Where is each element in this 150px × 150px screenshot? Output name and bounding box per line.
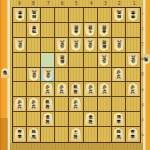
square-4d[interactable] — [84, 53, 98, 68]
piece-L-9i: 香 車 — [14, 128, 26, 141]
square-3b[interactable]: 金 将 — [98, 23, 112, 38]
square-8d[interactable] — [27, 53, 41, 68]
piece-P-1f: 歩 兵 — [127, 83, 139, 96]
piece-kanji: 香 車 — [17, 10, 21, 19]
rank-label-2: 二 — [142, 26, 144, 34]
square-2d[interactable] — [112, 53, 126, 68]
piece-kanji: 桂 馬 — [32, 130, 36, 139]
piece-s-3c: 銀 将 — [98, 38, 110, 51]
gote-hand-piece-label: 角 — [144, 57, 148, 61]
square-5f[interactable]: 銀 将 — [69, 82, 83, 97]
square-4g[interactable] — [84, 97, 98, 112]
square-5a[interactable] — [69, 8, 83, 23]
piece-kanji: 香 車 — [131, 130, 135, 139]
square-6a[interactable] — [55, 8, 69, 23]
square-1b[interactable] — [126, 23, 140, 38]
square-5i[interactable]: 王 将 — [69, 127, 83, 142]
square-1i[interactable]: 香 車 — [126, 127, 140, 142]
square-3i[interactable] — [98, 127, 112, 142]
file-label-4: 4 — [87, 1, 96, 5]
piece-kanji: 歩 兵 — [88, 85, 92, 94]
piece-P-2e: 歩 兵 — [113, 68, 125, 81]
piece-p-8e: 歩 兵 — [28, 68, 40, 81]
piece-p-3d: 歩 兵 — [98, 53, 110, 66]
square-8g[interactable]: 歩 兵 — [27, 97, 41, 112]
square-6f[interactable]: 歩 兵 — [55, 82, 69, 97]
file-labels: 987654321 — [12, 0, 141, 7]
square-3a[interactable] — [98, 8, 112, 23]
square-2b[interactable] — [112, 23, 126, 38]
piece-G-7h: 金 将 — [42, 113, 54, 126]
square-6c[interactable]: 歩 兵 — [55, 38, 69, 53]
piece-kanji: 銀 将 — [46, 100, 50, 109]
square-4i[interactable] — [84, 127, 98, 142]
square-2c[interactable]: 歩 兵 — [112, 38, 126, 53]
square-7d[interactable] — [41, 53, 55, 68]
piece-kanji: 歩 兵 — [102, 85, 106, 94]
square-8i[interactable]: 桂 馬 — [27, 127, 41, 142]
file-label-9: 9 — [15, 1, 24, 5]
piece-P-3f: 歩 兵 — [98, 83, 110, 96]
square-8b[interactable]: 飛 車 — [27, 23, 41, 38]
piece-kanji: 歩 兵 — [60, 85, 64, 94]
square-2e[interactable]: 歩 兵 — [112, 68, 126, 83]
square-9b[interactable] — [13, 23, 27, 38]
square-3e[interactable] — [98, 68, 112, 83]
square-7h[interactable]: 金 将 — [41, 112, 55, 127]
piece-kanji: 歩 兵 — [17, 40, 21, 49]
square-1e[interactable] — [126, 68, 140, 83]
piece-P-5g: 歩 兵 — [70, 98, 82, 111]
piece-kanji: 銀 将 — [74, 85, 78, 94]
piece-P-6f: 歩 兵 — [56, 83, 68, 96]
square-8e[interactable]: 歩 兵 — [27, 68, 41, 83]
square-4f[interactable]: 歩 兵 — [84, 82, 98, 97]
piece-kanji: 歩 兵 — [88, 40, 92, 49]
square-7f[interactable]: 歩 兵 — [41, 82, 55, 97]
square-6g[interactable] — [55, 97, 69, 112]
square-4c[interactable]: 歩 兵 — [84, 38, 98, 53]
square-5e[interactable] — [69, 68, 83, 83]
square-3d[interactable]: 歩 兵 — [98, 53, 112, 68]
piece-kanji: 金 将 — [102, 25, 106, 34]
piece-kanji: 香 車 — [131, 10, 135, 19]
piece-G-4h: 金 将 — [84, 113, 96, 126]
square-3g[interactable] — [98, 97, 112, 112]
square-7b[interactable] — [41, 23, 55, 38]
square-9c[interactable]: 歩 兵 — [13, 38, 27, 53]
piece-P-8g: 歩 兵 — [28, 98, 40, 111]
piece-kanji: 桂 馬 — [116, 130, 120, 139]
piece-P-7f: 歩 兵 — [42, 83, 54, 96]
sente-hand-piece-label: 角 — [3, 71, 7, 75]
piece-kanji: 歩 兵 — [17, 100, 21, 109]
square-7a[interactable] — [41, 8, 55, 23]
piece-N-8i: 桂 馬 — [28, 128, 40, 141]
square-9i[interactable]: 香 車 — [13, 127, 27, 142]
square-9g[interactable]: 歩 兵 — [13, 97, 27, 112]
rank-label-3: 三 — [142, 41, 144, 49]
piece-kanji: 銀 将 — [60, 55, 64, 64]
square-2i[interactable]: 桂 馬 — [112, 127, 126, 142]
piece-kanji: 歩 兵 — [74, 40, 78, 49]
square-5g[interactable]: 歩 兵 — [69, 97, 83, 112]
file-label-5: 5 — [72, 1, 81, 5]
piece-l-9a: 香 車 — [14, 8, 26, 21]
square-7c[interactable] — [41, 38, 55, 53]
piece-p-6c: 歩 兵 — [56, 38, 68, 51]
square-2f[interactable] — [112, 82, 126, 97]
piece-R-2h: 飛 車 — [113, 113, 125, 126]
square-5b[interactable]: 金 将 — [69, 23, 83, 38]
rank-label-4: 四 — [142, 56, 144, 64]
piece-p-9c: 歩 兵 — [14, 38, 26, 51]
piece-p-5c: 歩 兵 — [70, 38, 82, 51]
file-label-6: 6 — [58, 1, 67, 5]
square-3h[interactable] — [98, 112, 112, 127]
piece-P-4f: 歩 兵 — [84, 83, 96, 96]
piece-l-1a: 香 車 — [127, 8, 139, 21]
square-3c[interactable]: 銀 将 — [98, 38, 112, 53]
piece-kanji: 歩 兵 — [116, 70, 120, 79]
square-1a[interactable]: 香 車 — [126, 8, 140, 23]
piece-p-1d: 歩 兵 — [127, 53, 139, 66]
piece-kanji: 歩 兵 — [131, 85, 135, 94]
square-9h[interactable] — [13, 112, 27, 127]
square-8f[interactable] — [27, 82, 41, 97]
piece-kanji: 桂 馬 — [116, 10, 120, 19]
square-2g[interactable] — [112, 97, 126, 112]
square-1f[interactable]: 歩 兵 — [126, 82, 140, 97]
square-9a[interactable]: 香 車 — [13, 8, 27, 23]
piece-kanji: 玉 将 — [88, 25, 92, 34]
piece-p-4c: 歩 兵 — [84, 38, 96, 51]
rank-label-7: 七 — [142, 101, 144, 109]
piece-kanji: 王 将 — [74, 130, 78, 139]
piece-kanji: 金 将 — [46, 115, 50, 124]
piece-kanji: 歩 兵 — [32, 70, 36, 79]
piece-S-7g: 銀 将 — [42, 98, 54, 111]
square-2h[interactable]: 飛 車 — [112, 112, 126, 127]
piece-kanji: 歩 兵 — [32, 100, 36, 109]
piece-kanji: 歩 兵 — [102, 55, 106, 64]
shogi-app: 角 987654321 一二三四五六七八九 香 車桂 馬桂 馬香 車飛 車金 将… — [0, 0, 150, 150]
sente-hand-piece-bishop[interactable]: 角 — [1, 68, 10, 78]
piece-P-9g: 歩 兵 — [14, 98, 26, 111]
piece-g-5b: 金 将 — [70, 23, 82, 36]
square-3f[interactable]: 歩 兵 — [98, 82, 112, 97]
square-1g[interactable] — [126, 97, 140, 112]
square-4h[interactable]: 金 将 — [84, 112, 98, 127]
square-8c[interactable] — [27, 38, 41, 53]
square-7i[interactable] — [41, 127, 55, 142]
square-4b[interactable]: 玉 将 — [84, 23, 98, 38]
square-6i[interactable] — [55, 127, 69, 142]
piece-g-3b: 金 将 — [98, 23, 110, 36]
piece-kanji: 歩 兵 — [46, 70, 50, 79]
file-label-1: 1 — [129, 1, 138, 5]
piece-r-8b: 飛 車 — [28, 23, 40, 36]
rank-label-1: 一 — [142, 11, 144, 19]
square-7e[interactable]: 歩 兵 — [41, 68, 55, 83]
file-label-8: 8 — [29, 1, 38, 5]
sente-komadai: 角 — [0, 0, 10, 150]
piece-kanji: 金 将 — [74, 25, 78, 34]
piece-kanji: 歩 兵 — [74, 100, 78, 109]
square-5h[interactable] — [69, 112, 83, 127]
square-7g[interactable]: 銀 将 — [41, 97, 55, 112]
board-grid: 香 車桂 馬桂 馬香 車飛 車金 将玉 将金 将歩 兵歩 兵歩 兵歩 兵銀 将歩… — [12, 7, 141, 143]
piece-kanji: 歩 兵 — [46, 85, 50, 94]
square-1d[interactable]: 歩 兵 — [126, 53, 140, 68]
shogi-board: 987654321 一二三四五六七八九 香 車桂 馬桂 馬香 車飛 車金 将玉 … — [10, 0, 143, 150]
square-9f[interactable] — [13, 82, 27, 97]
square-6d[interactable]: 銀 将 — [55, 53, 69, 68]
file-label-7: 7 — [44, 1, 53, 5]
piece-k-4b: 玉 将 — [84, 23, 96, 36]
rank-label-8: 八 — [142, 117, 144, 125]
square-2a[interactable]: 桂 馬 — [112, 8, 126, 23]
piece-kanji: 銀 将 — [102, 40, 106, 49]
file-label-3: 3 — [101, 1, 110, 5]
piece-n-8a: 桂 馬 — [28, 8, 40, 21]
square-9e[interactable] — [13, 68, 27, 83]
piece-kanji: 桂 馬 — [32, 10, 36, 19]
piece-p-7e: 歩 兵 — [42, 68, 54, 81]
rank-label-6: 六 — [142, 86, 144, 94]
rank-labels: 一二三四五六七八九 — [140, 7, 144, 143]
piece-kanji: 歩 兵 — [131, 55, 135, 64]
square-4a[interactable] — [84, 8, 98, 23]
rank-label-9: 九 — [142, 132, 144, 140]
piece-S-5f: 銀 将 — [70, 83, 82, 96]
square-5d[interactable] — [69, 53, 83, 68]
square-6h[interactable] — [55, 112, 69, 127]
square-1h[interactable] — [126, 112, 140, 127]
piece-kanji: 金 将 — [88, 115, 92, 124]
square-9d[interactable] — [13, 53, 27, 68]
piece-s-6d: 銀 将 — [56, 53, 68, 66]
piece-L-1i: 香 車 — [127, 128, 139, 141]
piece-kanji: 歩 兵 — [60, 40, 64, 49]
file-label-2: 2 — [115, 1, 124, 5]
piece-kanji: 飛 車 — [32, 25, 36, 34]
square-6e[interactable] — [55, 68, 69, 83]
square-5c[interactable]: 歩 兵 — [69, 38, 83, 53]
piece-kanji: 歩 兵 — [116, 40, 120, 49]
rank-label-5: 五 — [142, 71, 144, 79]
square-8h[interactable] — [27, 112, 41, 127]
square-1c[interactable] — [126, 38, 140, 53]
square-4e[interactable] — [84, 68, 98, 83]
piece-kanji: 飛 車 — [116, 115, 120, 124]
piece-N-2i: 桂 馬 — [113, 128, 125, 141]
piece-K-5i: 王 将 — [70, 128, 82, 141]
piece-p-2c: 歩 兵 — [113, 38, 125, 51]
piece-n-2a: 桂 馬 — [113, 8, 125, 21]
square-8a[interactable]: 桂 馬 — [27, 8, 41, 23]
square-6b[interactable] — [55, 23, 69, 38]
piece-kanji: 香 車 — [17, 130, 21, 139]
